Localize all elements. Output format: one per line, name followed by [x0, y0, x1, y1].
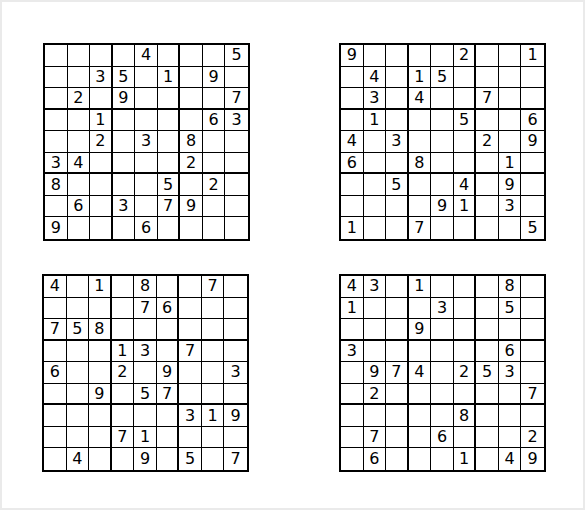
empty-cell-r7c2[interactable] — [364, 174, 387, 196]
empty-cell-r2c5[interactable] — [135, 67, 158, 89]
empty-cell-r9c8[interactable] — [499, 217, 522, 239]
empty-cell-r8c8[interactable] — [203, 196, 226, 218]
empty-cell-r6c6[interactable] — [454, 384, 477, 406]
empty-cell-r4c2[interactable] — [68, 110, 91, 132]
empty-cell-r8c8[interactable] — [202, 427, 225, 449]
empty-cell-r9c3[interactable] — [386, 448, 409, 470]
empty-cell-r3c1[interactable] — [341, 319, 364, 341]
sudoku-grid-top-left: 453519297163238342852637996 — [43, 43, 250, 241]
empty-cell-r8c7[interactable] — [476, 196, 499, 218]
empty-cell-r4c4[interactable] — [113, 110, 136, 132]
given-cell-r3c2: 3 — [364, 88, 387, 110]
empty-cell-r5c4[interactable] — [113, 131, 136, 153]
empty-cell-r6c9[interactable] — [225, 153, 248, 175]
given-cell-r8c2: 7 — [364, 427, 387, 449]
empty-cell-r3c5[interactable] — [135, 88, 158, 110]
empty-cell-r9c8[interactable] — [202, 448, 225, 470]
empty-cell-r3c7[interactable] — [180, 88, 203, 110]
empty-cell-r9c1[interactable] — [44, 448, 67, 470]
empty-cell-r4c8[interactable] — [202, 341, 225, 363]
given-cell-r5c4: 2 — [112, 362, 135, 384]
empty-cell-r2c4[interactable] — [112, 298, 135, 320]
empty-cell-r3c8[interactable] — [203, 88, 226, 110]
empty-cell-r9c3[interactable] — [386, 217, 409, 239]
given-cell-r1c9: 5 — [225, 45, 248, 67]
empty-cell-r9c8[interactable] — [203, 217, 226, 239]
given-cell-r6c1: 6 — [341, 153, 364, 175]
given-cell-r1c4: 1 — [409, 276, 432, 298]
empty-cell-r9c7[interactable] — [180, 217, 203, 239]
empty-cell-r5c5[interactable] — [134, 362, 157, 384]
empty-cell-r3c8[interactable] — [202, 319, 225, 341]
empty-cell-r3c5[interactable] — [431, 319, 454, 341]
given-cell-r9c9: 7 — [224, 448, 247, 470]
empty-cell-r5c2[interactable] — [67, 362, 90, 384]
empty-cell-r8c7[interactable] — [476, 427, 499, 449]
empty-cell-r4c1[interactable] — [45, 110, 68, 132]
empty-cell-r9c7[interactable] — [476, 217, 499, 239]
empty-cell-r8c8[interactable] — [499, 427, 522, 449]
empty-cell-r3c5[interactable] — [431, 88, 454, 110]
given-cell-r9c1: 1 — [341, 217, 364, 239]
empty-cell-r4c1[interactable] — [341, 110, 364, 132]
given-cell-r7c6: 4 — [454, 174, 477, 196]
empty-cell-r9c1[interactable] — [341, 448, 364, 470]
empty-cell-r7c1[interactable] — [341, 174, 364, 196]
sudoku-grid-top-right: 9214153471564329681549913175 — [339, 43, 546, 241]
empty-cell-r7c9[interactable] — [521, 405, 544, 427]
empty-cell-r6c2[interactable] — [364, 153, 387, 175]
empty-cell-r8c4[interactable] — [409, 427, 432, 449]
empty-cell-r4c7[interactable] — [476, 341, 499, 363]
given-cell-r3c7: 7 — [476, 88, 499, 110]
given-cell-r5c9: 9 — [521, 131, 544, 153]
given-cell-r2c5: 3 — [431, 298, 454, 320]
empty-cell-r4c1[interactable] — [44, 341, 67, 363]
empty-cell-r1c3[interactable] — [386, 276, 409, 298]
given-cell-r8c5: 6 — [431, 427, 454, 449]
given-cell-r8c2: 6 — [68, 196, 91, 218]
empty-cell-r8c1[interactable] — [44, 427, 67, 449]
empty-cell-r1c8[interactable] — [203, 45, 226, 67]
empty-cell-r7c1[interactable] — [44, 405, 67, 427]
empty-cell-r6c3[interactable] — [386, 153, 409, 175]
empty-cell-r7c4[interactable] — [409, 405, 432, 427]
given-cell-r8c4: 7 — [112, 427, 135, 449]
empty-cell-r4c5[interactable] — [135, 110, 158, 132]
given-cell-r4c6: 5 — [454, 110, 477, 132]
given-cell-r5c7: 2 — [476, 131, 499, 153]
empty-cell-r2c8[interactable] — [202, 298, 225, 320]
empty-cell-r2c2[interactable] — [67, 298, 90, 320]
given-cell-r1c9: 1 — [521, 45, 544, 67]
given-cell-r3c2: 5 — [67, 319, 90, 341]
empty-cell-r6c8[interactable] — [203, 153, 226, 175]
given-cell-r9c5: 9 — [134, 448, 157, 470]
empty-cell-r8c2[interactable] — [67, 427, 90, 449]
empty-cell-r9c4[interactable] — [409, 448, 432, 470]
empty-cell-r3c6[interactable] — [454, 319, 477, 341]
empty-cell-r7c5[interactable] — [135, 174, 158, 196]
given-cell-r2c2: 4 — [364, 67, 387, 89]
empty-cell-r8c4[interactable] — [409, 196, 432, 218]
empty-cell-r6c6[interactable] — [158, 153, 181, 175]
empty-cell-r7c4[interactable] — [112, 405, 135, 427]
given-cell-r6c3: 9 — [89, 384, 112, 406]
empty-cell-r1c2[interactable] — [68, 45, 91, 67]
given-cell-r9c6: 1 — [454, 448, 477, 470]
given-cell-r9c7: 5 — [179, 448, 202, 470]
empty-cell-r1c6[interactable] — [158, 45, 181, 67]
empty-cell-r6c4[interactable] — [409, 384, 432, 406]
empty-cell-r7c2[interactable] — [67, 405, 90, 427]
empty-cell-r5c1[interactable] — [341, 362, 364, 384]
given-cell-r7c3: 5 — [386, 174, 409, 196]
given-cell-r3c1: 7 — [44, 319, 67, 341]
empty-cell-r2c9[interactable] — [224, 298, 247, 320]
empty-cell-r5c8[interactable] — [499, 131, 522, 153]
empty-cell-r9c4[interactable] — [112, 448, 135, 470]
empty-cell-r8c6[interactable] — [157, 427, 180, 449]
given-cell-r3c3: 8 — [89, 319, 112, 341]
empty-cell-r5c2[interactable] — [364, 131, 387, 153]
empty-cell-r3c2[interactable] — [364, 319, 387, 341]
empty-cell-r4c9[interactable] — [224, 341, 247, 363]
given-cell-r7c1: 8 — [45, 174, 68, 196]
empty-cell-r8c3[interactable] — [90, 196, 113, 218]
empty-cell-r9c3[interactable] — [90, 217, 113, 239]
empty-cell-r1c8[interactable] — [499, 45, 522, 67]
empty-cell-r4c9[interactable] — [521, 341, 544, 363]
empty-cell-r4c2[interactable] — [364, 341, 387, 363]
empty-cell-r8c7[interactable] — [179, 427, 202, 449]
empty-cell-r3c3[interactable] — [386, 88, 409, 110]
given-cell-r1c6: 2 — [454, 45, 477, 67]
given-cell-r5c4: 4 — [409, 362, 432, 384]
empty-cell-r2c9[interactable] — [521, 298, 544, 320]
empty-cell-r9c5[interactable] — [431, 448, 454, 470]
given-cell-r7c6: 5 — [158, 174, 181, 196]
given-cell-r6c9: 7 — [521, 384, 544, 406]
given-cell-r4c5: 3 — [134, 341, 157, 363]
given-cell-r6c5: 5 — [134, 384, 157, 406]
empty-cell-r5c9[interactable] — [225, 131, 248, 153]
empty-cell-r5c6[interactable] — [454, 131, 477, 153]
empty-cell-r1c3[interactable] — [90, 45, 113, 67]
empty-cell-r6c9[interactable] — [224, 384, 247, 406]
given-cell-r1c3: 1 — [89, 276, 112, 298]
empty-cell-r7c3[interactable] — [89, 405, 112, 427]
given-cell-r6c7: 2 — [180, 153, 203, 175]
empty-cell-r2c1[interactable] — [45, 67, 68, 89]
empty-cell-r8c9[interactable] — [521, 196, 544, 218]
given-cell-r1c5: 8 — [134, 276, 157, 298]
empty-cell-r3c8[interactable] — [499, 88, 522, 110]
given-cell-r4c3: 1 — [90, 110, 113, 132]
given-cell-r3c4: 9 — [409, 319, 432, 341]
given-cell-r9c2: 4 — [67, 448, 90, 470]
empty-cell-r7c2[interactable] — [364, 405, 387, 427]
empty-cell-r7c7[interactable] — [476, 405, 499, 427]
given-cell-r4c7: 7 — [179, 341, 202, 363]
empty-cell-r8c1[interactable] — [341, 427, 364, 449]
empty-cell-r4c7[interactable] — [180, 110, 203, 132]
empty-cell-r9c4[interactable] — [113, 217, 136, 239]
empty-cell-r2c7[interactable] — [180, 67, 203, 89]
given-cell-r4c4: 1 — [112, 341, 135, 363]
empty-cell-r5c7[interactable] — [179, 362, 202, 384]
empty-cell-r6c3[interactable] — [386, 384, 409, 406]
empty-cell-r4c8[interactable] — [499, 110, 522, 132]
empty-cell-r3c6[interactable] — [158, 88, 181, 110]
given-cell-r9c8: 4 — [499, 448, 522, 470]
empty-cell-r8c3[interactable] — [386, 427, 409, 449]
empty-cell-r1c6[interactable] — [454, 276, 477, 298]
given-cell-r5c3: 7 — [386, 362, 409, 384]
empty-cell-r2c2[interactable] — [364, 298, 387, 320]
empty-cell-r9c6[interactable] — [158, 217, 181, 239]
empty-cell-r6c5[interactable] — [431, 384, 454, 406]
given-cell-r5c1: 6 — [44, 362, 67, 384]
empty-cell-r6c4[interactable] — [113, 153, 136, 175]
empty-cell-r2c7[interactable] — [476, 67, 499, 89]
given-cell-r6c4: 8 — [409, 153, 432, 175]
empty-cell-r8c1[interactable] — [45, 196, 68, 218]
empty-cell-r1c7[interactable] — [476, 276, 499, 298]
given-cell-r5c9: 3 — [224, 362, 247, 384]
given-cell-r3c9: 7 — [225, 88, 248, 110]
empty-cell-r3c9[interactable] — [521, 319, 544, 341]
empty-cell-r7c7[interactable] — [180, 174, 203, 196]
given-cell-r8c9: 2 — [521, 427, 544, 449]
empty-cell-r3c5[interactable] — [134, 319, 157, 341]
given-cell-r4c8: 6 — [499, 341, 522, 363]
given-cell-r4c2: 1 — [364, 110, 387, 132]
empty-cell-r7c8[interactable] — [499, 405, 522, 427]
empty-cell-r1c9[interactable] — [224, 276, 247, 298]
empty-cell-r1c9[interactable] — [521, 276, 544, 298]
empty-cell-r2c1[interactable] — [341, 67, 364, 89]
empty-cell-r8c3[interactable] — [89, 427, 112, 449]
given-cell-r5c1: 4 — [341, 131, 364, 153]
empty-cell-r5c8[interactable] — [202, 362, 225, 384]
given-cell-r3c2: 2 — [68, 88, 91, 110]
empty-cell-r3c7[interactable] — [476, 319, 499, 341]
empty-cell-r3c4[interactable] — [112, 319, 135, 341]
empty-cell-r1c4[interactable] — [113, 45, 136, 67]
empty-cell-r8c9[interactable] — [225, 196, 248, 218]
empty-cell-r5c4[interactable] — [409, 131, 432, 153]
given-cell-r2c6: 1 — [158, 67, 181, 89]
empty-cell-r7c2[interactable] — [68, 174, 91, 196]
empty-cell-r7c5[interactable] — [134, 405, 157, 427]
empty-cell-r6c7[interactable] — [476, 384, 499, 406]
given-cell-r6c2: 4 — [68, 153, 91, 175]
given-cell-r1c1: 9 — [341, 45, 364, 67]
empty-cell-r4c4[interactable] — [409, 341, 432, 363]
empty-cell-r4c2[interactable] — [67, 341, 90, 363]
empty-cell-r9c5[interactable] — [431, 217, 454, 239]
sudoku-grid-bottom-left: 4187767581376293957319714957 — [42, 274, 249, 472]
empty-cell-r6c6[interactable] — [454, 153, 477, 175]
given-cell-r8c6: 7 — [158, 196, 181, 218]
empty-cell-r8c6[interactable] — [454, 427, 477, 449]
empty-cell-r1c7[interactable] — [476, 45, 499, 67]
given-cell-r3c4: 9 — [113, 88, 136, 110]
empty-cell-r6c3[interactable] — [90, 153, 113, 175]
empty-cell-r2c3[interactable] — [89, 298, 112, 320]
empty-cell-r2c9[interactable] — [521, 67, 544, 89]
empty-cell-r9c9[interactable] — [225, 217, 248, 239]
empty-cell-r7c5[interactable] — [431, 174, 454, 196]
given-cell-r7c8: 9 — [499, 174, 522, 196]
given-cell-r9c2: 6 — [364, 448, 387, 470]
empty-cell-r2c1[interactable] — [44, 298, 67, 320]
empty-cell-r6c8[interactable] — [202, 384, 225, 406]
empty-cell-r2c7[interactable] — [476, 298, 499, 320]
given-cell-r6c1: 3 — [45, 153, 68, 175]
empty-cell-r3c7[interactable] — [179, 319, 202, 341]
empty-cell-r6c1[interactable] — [44, 384, 67, 406]
empty-cell-r8c5[interactable] — [135, 196, 158, 218]
given-cell-r6c2: 2 — [364, 384, 387, 406]
empty-cell-r6c2[interactable] — [67, 384, 90, 406]
empty-cell-r5c3[interactable] — [89, 362, 112, 384]
empty-cell-r7c9[interactable] — [521, 174, 544, 196]
given-cell-r5c7: 5 — [476, 362, 499, 384]
given-cell-r9c9: 5 — [521, 217, 544, 239]
empty-cell-r6c9[interactable] — [521, 153, 544, 175]
empty-cell-r5c5[interactable] — [431, 131, 454, 153]
empty-cell-r3c3[interactable] — [90, 88, 113, 110]
given-cell-r5c8: 3 — [499, 362, 522, 384]
empty-cell-r4c6[interactable] — [454, 341, 477, 363]
empty-cell-r3c6[interactable] — [157, 319, 180, 341]
empty-cell-r6c4[interactable] — [112, 384, 135, 406]
empty-cell-r9c7[interactable] — [476, 448, 499, 470]
empty-cell-r1c2[interactable] — [364, 45, 387, 67]
empty-cell-r3c1[interactable] — [45, 88, 68, 110]
empty-cell-r2c7[interactable] — [179, 298, 202, 320]
given-cell-r2c4: 5 — [113, 67, 136, 89]
empty-cell-r2c6[interactable] — [454, 298, 477, 320]
empty-cell-r7c4[interactable] — [113, 174, 136, 196]
empty-cell-r7c1[interactable] — [341, 405, 364, 427]
empty-cell-r4c5[interactable] — [431, 341, 454, 363]
empty-cell-r1c7[interactable] — [179, 276, 202, 298]
empty-cell-r7c7[interactable] — [476, 174, 499, 196]
empty-cell-r3c9[interactable] — [521, 88, 544, 110]
sudoku-sheet: 453519297163238342852637996 921415347156… — [0, 0, 585, 510]
empty-cell-r5c9[interactable] — [521, 362, 544, 384]
given-cell-r1c8: 7 — [202, 276, 225, 298]
empty-cell-r3c6[interactable] — [454, 88, 477, 110]
empty-cell-r4c5[interactable] — [431, 110, 454, 132]
empty-cell-r6c1[interactable] — [341, 384, 364, 406]
given-cell-r8c6: 1 — [454, 196, 477, 218]
empty-cell-r1c5[interactable] — [431, 276, 454, 298]
empty-cell-r9c3[interactable] — [89, 448, 112, 470]
empty-cell-r7c3[interactable] — [90, 174, 113, 196]
empty-cell-r4c6[interactable] — [158, 110, 181, 132]
empty-cell-r4c7[interactable] — [476, 110, 499, 132]
empty-cell-r5c6[interactable] — [158, 131, 181, 153]
empty-cell-r9c6[interactable] — [157, 448, 180, 470]
given-cell-r8c5: 1 — [134, 427, 157, 449]
given-cell-r5c3: 2 — [90, 131, 113, 153]
empty-cell-r5c2[interactable] — [68, 131, 91, 153]
empty-cell-r3c1[interactable] — [341, 88, 364, 110]
empty-cell-r5c5[interactable] — [431, 362, 454, 384]
empty-cell-r4c6[interactable] — [157, 341, 180, 363]
empty-cell-r6c8[interactable] — [499, 384, 522, 406]
given-cell-r9c4: 7 — [409, 217, 432, 239]
empty-cell-r8c3[interactable] — [386, 196, 409, 218]
empty-cell-r1c1[interactable] — [45, 45, 68, 67]
given-cell-r2c5: 5 — [431, 67, 454, 89]
empty-cell-r3c3[interactable] — [386, 319, 409, 341]
given-cell-r7c8: 1 — [202, 405, 225, 427]
empty-cell-r2c6[interactable] — [454, 67, 477, 89]
empty-cell-r6c5[interactable] — [135, 153, 158, 175]
empty-cell-r5c8[interactable] — [203, 131, 226, 153]
empty-cell-r1c2[interactable] — [67, 276, 90, 298]
empty-cell-r9c6[interactable] — [454, 217, 477, 239]
empty-cell-r1c6[interactable] — [157, 276, 180, 298]
empty-cell-r8c1[interactable] — [341, 196, 364, 218]
given-cell-r2c8: 9 — [203, 67, 226, 89]
empty-cell-r9c2[interactable] — [68, 217, 91, 239]
empty-cell-r8c9[interactable] — [224, 427, 247, 449]
empty-cell-r6c7[interactable] — [179, 384, 202, 406]
empty-cell-r3c8[interactable] — [499, 319, 522, 341]
empty-cell-r4c3[interactable] — [386, 341, 409, 363]
empty-cell-r1c5[interactable] — [431, 45, 454, 67]
empty-cell-r1c7[interactable] — [180, 45, 203, 67]
empty-cell-r8c2[interactable] — [364, 196, 387, 218]
empty-cell-r2c3[interactable] — [386, 298, 409, 320]
empty-cell-r4c3[interactable] — [386, 110, 409, 132]
empty-cell-r2c2[interactable] — [68, 67, 91, 89]
empty-cell-r5c1[interactable] — [45, 131, 68, 153]
empty-cell-r2c4[interactable] — [409, 298, 432, 320]
empty-cell-r6c5[interactable] — [431, 153, 454, 175]
empty-cell-r1c3[interactable] — [386, 45, 409, 67]
empty-cell-r9c2[interactable] — [364, 217, 387, 239]
given-cell-r5c6: 9 — [157, 362, 180, 384]
empty-cell-r7c4[interactable] — [409, 174, 432, 196]
empty-cell-r7c3[interactable] — [386, 405, 409, 427]
empty-cell-r3c9[interactable] — [224, 319, 247, 341]
empty-cell-r2c8[interactable] — [499, 67, 522, 89]
empty-cell-r7c6[interactable] — [157, 405, 180, 427]
empty-cell-r1c4[interactable] — [409, 45, 432, 67]
given-cell-r7c9: 9 — [224, 405, 247, 427]
given-cell-r9c5: 6 — [135, 217, 158, 239]
given-cell-r5c5: 3 — [135, 131, 158, 153]
given-cell-r8c8: 3 — [499, 196, 522, 218]
empty-cell-r4c3[interactable] — [89, 341, 112, 363]
empty-cell-r1c4[interactable] — [112, 276, 135, 298]
given-cell-r7c6: 8 — [454, 405, 477, 427]
empty-cell-r6c7[interactable] — [476, 153, 499, 175]
given-cell-r1c1: 4 — [341, 276, 364, 298]
empty-cell-r7c5[interactable] — [431, 405, 454, 427]
empty-cell-r4c4[interactable] — [409, 110, 432, 132]
empty-cell-r7c9[interactable] — [225, 174, 248, 196]
empty-cell-r2c3[interactable] — [386, 67, 409, 89]
empty-cell-r2c9[interactable] — [225, 67, 248, 89]
